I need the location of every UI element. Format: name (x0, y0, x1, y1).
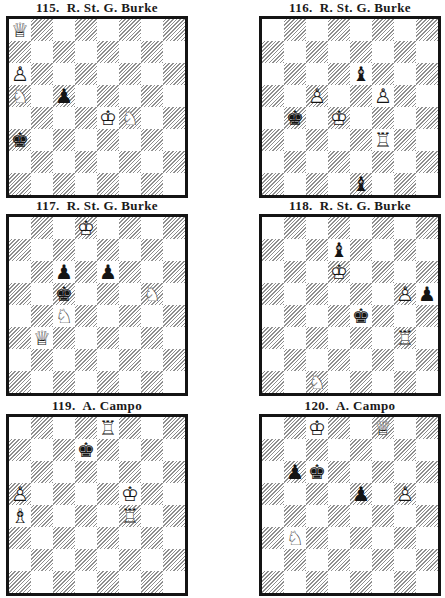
square-e4 (350, 107, 372, 129)
black-pawn-e6: ♟︎ (97, 261, 119, 283)
square-b1 (31, 173, 53, 195)
square-e3 (350, 327, 372, 349)
square-e1 (97, 371, 119, 393)
square-g8 (394, 217, 416, 239)
square-h7 (416, 41, 438, 63)
chessboard-119: ♜︎♖︎♚︎♟︎♙︎♚︎♔︎♝︎♗︎♜︎♖︎ (6, 414, 188, 596)
square-c2 (53, 549, 75, 571)
square-a3 (262, 327, 284, 349)
square-e7 (350, 41, 372, 63)
square-b1 (31, 571, 53, 593)
square-g7 (394, 41, 416, 63)
square-c6: ♚︎ (306, 461, 328, 483)
square-g5 (394, 85, 416, 107)
square-f7 (372, 439, 394, 461)
square-g6 (394, 461, 416, 483)
white-rook-f4: ♜︎♖︎ (119, 505, 141, 527)
problem-number: 118. (289, 198, 313, 213)
square-e4: ♚︎♔︎ (97, 107, 119, 129)
square-g5: ♟︎♙︎ (394, 483, 416, 505)
square-h6 (163, 461, 185, 483)
square-f7 (372, 239, 394, 261)
square-c1 (53, 173, 75, 195)
square-f2 (372, 549, 394, 571)
square-c3 (306, 327, 328, 349)
square-f8 (119, 217, 141, 239)
square-d5 (75, 85, 97, 107)
black-pawn-c5: ♟︎ (53, 85, 75, 107)
square-a7 (262, 41, 284, 63)
composer-name: R. St. G. Burke (320, 198, 411, 213)
square-f3 (119, 527, 141, 549)
square-e5 (97, 283, 119, 305)
square-g4 (394, 107, 416, 129)
square-a5: ♞︎♘︎ (9, 85, 31, 107)
square-h8 (416, 217, 438, 239)
square-e3 (97, 327, 119, 349)
square-h4 (416, 107, 438, 129)
square-c7 (53, 239, 75, 261)
square-d2 (75, 151, 97, 173)
square-d2 (328, 549, 350, 571)
white-king-f5: ♚︎♔︎ (119, 483, 141, 505)
square-h7 (163, 439, 185, 461)
square-f8: ♛︎♕︎ (372, 417, 394, 439)
square-a5 (9, 283, 31, 305)
square-d4 (328, 505, 350, 527)
square-f6 (372, 461, 394, 483)
square-c3 (53, 129, 75, 151)
black-pawn-h5: ♟︎ (416, 283, 438, 305)
black-pawn-e5: ♟︎ (350, 483, 372, 505)
square-f2 (372, 349, 394, 371)
square-e2 (97, 549, 119, 571)
scanned-problem-page: { "game": "chess", "page_type": "printed… (0, 0, 445, 598)
square-h8 (416, 19, 438, 41)
square-h7 (163, 239, 185, 261)
square-c2 (53, 349, 75, 371)
square-h5 (163, 483, 185, 505)
white-knight-b3: ♞︎♘︎ (284, 527, 306, 549)
square-e2 (350, 151, 372, 173)
square-g6 (141, 461, 163, 483)
white-knight-g5: ♞︎♘︎ (141, 283, 163, 305)
square-d8 (328, 19, 350, 41)
square-b4 (284, 305, 306, 327)
square-a8 (262, 217, 284, 239)
square-f1 (372, 571, 394, 593)
chessboard-116: ♝︎♟︎♙︎♟︎♙︎♚︎♚︎♔︎♜︎♖︎♝︎ (259, 16, 441, 198)
square-b5 (284, 283, 306, 305)
square-b5 (31, 483, 53, 505)
square-g3: ♜︎♖︎ (394, 327, 416, 349)
square-h3 (163, 527, 185, 549)
square-h2 (416, 349, 438, 371)
square-a3: ♚︎ (9, 129, 31, 151)
square-f5 (119, 85, 141, 107)
square-c3 (53, 527, 75, 549)
square-g1 (141, 173, 163, 195)
diagram-119: 119.A. Campo ♜︎♖︎♚︎♟︎♙︎♚︎♔︎♝︎♗︎♜︎♖︎ (6, 398, 188, 596)
square-g8 (141, 217, 163, 239)
square-b8 (31, 217, 53, 239)
square-g1 (141, 371, 163, 393)
composer-name: R. St. G. Burke (320, 0, 411, 15)
diagram-116: 116.R. St. G. Burke ♝︎♟︎♙︎♟︎♙︎♚︎♚︎♔︎♜︎♖︎… (259, 0, 441, 198)
white-knight-c1: ♞︎♘︎ (306, 371, 328, 393)
square-b4 (31, 305, 53, 327)
square-a7 (262, 239, 284, 261)
square-a2 (262, 349, 284, 371)
white-queen-b3: ♛︎♕︎ (31, 327, 53, 349)
square-d6 (75, 63, 97, 85)
square-f1 (372, 371, 394, 393)
white-knight-c4: ♞︎♘︎ (53, 305, 75, 327)
square-h3 (416, 327, 438, 349)
white-knight-f4: ♞︎♘︎ (119, 107, 141, 129)
square-b8 (31, 417, 53, 439)
square-c1: ♞︎♘︎ (306, 371, 328, 393)
square-a2 (9, 349, 31, 371)
square-d1 (328, 173, 350, 195)
square-d2 (75, 549, 97, 571)
square-h5: ♟︎ (416, 283, 438, 305)
square-a1 (9, 571, 31, 593)
square-e2 (350, 549, 372, 571)
square-e5: ♟︎ (350, 483, 372, 505)
square-f6 (119, 261, 141, 283)
square-h5 (163, 85, 185, 107)
square-d2 (328, 349, 350, 371)
square-g7 (141, 439, 163, 461)
square-e7 (97, 41, 119, 63)
square-d6 (75, 461, 97, 483)
square-d7 (328, 439, 350, 461)
black-king-e4: ♚︎ (350, 305, 372, 327)
square-d3 (75, 527, 97, 549)
diagram-118: 118.R. St. G. Burke ♝︎♚︎♔︎♟︎♙︎♟︎♚︎♜︎♖︎♞︎… (259, 198, 441, 396)
square-d7: ♚︎ (75, 439, 97, 461)
square-c8 (306, 217, 328, 239)
square-d1 (328, 571, 350, 593)
square-e2 (97, 151, 119, 173)
square-h2 (163, 349, 185, 371)
square-d5 (75, 283, 97, 305)
square-e5 (97, 85, 119, 107)
square-f3 (119, 129, 141, 151)
square-b5 (284, 85, 306, 107)
square-g2 (394, 549, 416, 571)
square-f8 (119, 19, 141, 41)
square-b4 (31, 107, 53, 129)
square-h4 (163, 505, 185, 527)
problem-number: 115. (36, 0, 60, 15)
square-d7 (75, 41, 97, 63)
square-a6 (262, 461, 284, 483)
square-c1 (306, 173, 328, 195)
square-f5 (119, 283, 141, 305)
square-a2 (9, 151, 31, 173)
square-e8: ♜︎♖︎ (97, 417, 119, 439)
diagram-115-title: 115.R. St. G. Burke (6, 0, 188, 15)
square-d3 (328, 129, 350, 151)
diagram-119-title: 119.A. Campo (6, 398, 188, 413)
square-c1 (53, 571, 75, 593)
composer-name: R. St. G. Burke (67, 198, 158, 213)
black-bishop-d7: ♝︎ (328, 239, 350, 261)
white-king-e4: ♚︎♔︎ (97, 107, 119, 129)
square-f1 (119, 571, 141, 593)
square-f2 (119, 349, 141, 371)
square-e1 (97, 173, 119, 195)
square-e8 (97, 217, 119, 239)
square-b2 (31, 349, 53, 371)
square-f7 (372, 41, 394, 63)
square-e8 (350, 417, 372, 439)
white-pawn-g5: ♟︎♙︎ (394, 283, 416, 305)
square-g1 (141, 571, 163, 593)
square-h1 (416, 173, 438, 195)
square-e5 (350, 85, 372, 107)
square-b3 (284, 327, 306, 349)
square-b2 (31, 549, 53, 571)
black-king-a3: ♚︎ (9, 129, 31, 151)
square-f1 (119, 173, 141, 195)
square-b7 (284, 41, 306, 63)
square-e8 (350, 217, 372, 239)
square-a4 (9, 107, 31, 129)
square-c7 (306, 239, 328, 261)
square-f4 (372, 305, 394, 327)
square-a5 (262, 283, 284, 305)
square-d5 (328, 483, 350, 505)
square-h4 (163, 107, 185, 129)
square-e7 (350, 439, 372, 461)
problem-number: 120. (305, 398, 329, 413)
square-a7 (9, 239, 31, 261)
square-g7 (394, 439, 416, 461)
square-c8: ♚︎♔︎ (306, 417, 328, 439)
square-b3: ♞︎♘︎ (284, 527, 306, 549)
square-f7 (119, 439, 141, 461)
square-g5 (141, 483, 163, 505)
square-c7 (306, 439, 328, 461)
square-a2 (262, 549, 284, 571)
square-e4: ♚︎ (350, 305, 372, 327)
square-b7 (284, 239, 306, 261)
square-g8 (141, 417, 163, 439)
square-g1 (394, 371, 416, 393)
diagram-116-title: 116.R. St. G. Burke (259, 0, 441, 15)
square-h2 (416, 549, 438, 571)
square-d8 (328, 217, 350, 239)
square-d2 (75, 349, 97, 371)
white-bishop-a4: ♝︎♗︎ (9, 505, 31, 527)
square-f5 (372, 483, 394, 505)
square-h7 (163, 41, 185, 63)
square-d2 (328, 151, 350, 173)
square-f2 (372, 151, 394, 173)
white-queen-a8: ♛︎♕︎ (9, 19, 31, 41)
square-h7 (416, 439, 438, 461)
square-d4 (75, 107, 97, 129)
square-g2 (394, 151, 416, 173)
square-c2 (306, 349, 328, 371)
square-d3 (328, 327, 350, 349)
square-d6 (328, 63, 350, 85)
square-h2 (163, 549, 185, 571)
square-g6 (394, 261, 416, 283)
white-pawn-c5: ♟︎♙︎ (306, 85, 328, 107)
square-c2 (53, 151, 75, 173)
square-a7 (9, 439, 31, 461)
black-king-c6: ♚︎ (306, 461, 328, 483)
square-d1 (75, 173, 97, 195)
square-b6 (284, 261, 306, 283)
square-a1 (262, 371, 284, 393)
square-d8 (328, 417, 350, 439)
white-pawn-a5: ♟︎♙︎ (9, 483, 31, 505)
white-rook-e8: ♜︎♖︎ (97, 417, 119, 439)
square-b1 (284, 371, 306, 393)
square-a8 (262, 19, 284, 41)
square-h4 (163, 305, 185, 327)
square-b6 (31, 63, 53, 85)
square-g2 (141, 349, 163, 371)
square-c1 (306, 571, 328, 593)
square-f8 (372, 19, 394, 41)
square-d4 (75, 305, 97, 327)
square-a3 (262, 129, 284, 151)
square-e4 (97, 505, 119, 527)
square-h5 (416, 85, 438, 107)
square-a3 (9, 527, 31, 549)
square-a4 (262, 305, 284, 327)
square-b1 (31, 371, 53, 393)
square-c2 (306, 151, 328, 173)
square-g4 (394, 505, 416, 527)
square-b4 (31, 505, 53, 527)
white-king-d6: ♚︎♔︎ (328, 261, 350, 283)
black-pawn-b6: ♟︎ (284, 461, 306, 483)
square-e3 (350, 129, 372, 151)
square-g8 (394, 417, 416, 439)
square-d7 (328, 41, 350, 63)
square-h2 (163, 151, 185, 173)
white-king-c8: ♚︎♔︎ (306, 417, 328, 439)
black-king-c5: ♚︎ (53, 283, 75, 305)
square-e6 (350, 261, 372, 283)
square-c5 (306, 483, 328, 505)
chessboard-120: ♚︎♔︎♛︎♕︎♟︎♚︎♟︎♟︎♙︎♞︎♘︎ (259, 414, 441, 596)
square-h6 (163, 63, 185, 85)
square-d5 (328, 283, 350, 305)
square-g4 (141, 107, 163, 129)
black-bishop-e6: ♝︎ (350, 63, 372, 85)
square-f3 (372, 327, 394, 349)
square-d1 (75, 371, 97, 393)
composer-name: A. Campo (83, 398, 143, 413)
square-f6 (119, 461, 141, 483)
square-e7 (350, 239, 372, 261)
square-b2 (284, 349, 306, 371)
square-g3 (141, 527, 163, 549)
square-c7 (306, 41, 328, 63)
square-h8 (416, 417, 438, 439)
square-f5 (372, 283, 394, 305)
square-e4 (97, 305, 119, 327)
composer-name: A. Campo (336, 398, 396, 413)
square-f4: ♞︎♘︎ (119, 107, 141, 129)
square-h1 (163, 173, 185, 195)
square-a7 (262, 439, 284, 461)
square-f4: ♜︎♖︎ (119, 505, 141, 527)
square-d1 (75, 571, 97, 593)
white-king-d8: ♚︎♔︎ (75, 217, 97, 239)
square-e8 (350, 19, 372, 41)
square-h8 (163, 417, 185, 439)
square-h7 (416, 239, 438, 261)
square-h6 (416, 261, 438, 283)
square-h3 (163, 327, 185, 349)
composer-name: R. St. G. Burke (67, 0, 158, 15)
square-g5 (141, 85, 163, 107)
problem-number: 119. (52, 398, 76, 413)
square-g3 (394, 129, 416, 151)
square-g7 (141, 239, 163, 261)
square-e1: ♝︎ (350, 173, 372, 195)
square-f6 (372, 261, 394, 283)
square-h1 (163, 371, 185, 393)
square-b8 (284, 417, 306, 439)
square-f4 (372, 505, 394, 527)
square-d6: ♚︎♔︎ (328, 261, 350, 283)
square-c3 (53, 327, 75, 349)
square-d3 (75, 327, 97, 349)
square-a1 (9, 173, 31, 195)
square-a1 (9, 371, 31, 393)
square-g7 (394, 239, 416, 261)
square-c4 (306, 505, 328, 527)
problem-number: 116. (289, 0, 313, 15)
square-e6 (97, 63, 119, 85)
square-f6 (119, 63, 141, 85)
square-d3 (328, 527, 350, 549)
white-knight-a5: ♞︎♘︎ (9, 85, 31, 107)
square-d8: ♚︎♔︎ (75, 217, 97, 239)
square-b5 (31, 283, 53, 305)
square-h8 (163, 217, 185, 239)
square-f5: ♚︎♔︎ (119, 483, 141, 505)
square-b3 (284, 129, 306, 151)
white-pawn-a6: ♟︎♙︎ (9, 63, 31, 85)
square-a7 (9, 41, 31, 63)
square-g5: ♞︎♘︎ (141, 283, 163, 305)
square-g2 (141, 151, 163, 173)
square-b7 (31, 41, 53, 63)
black-bishop-e1: ♝︎ (350, 173, 372, 195)
square-d4: ♚︎♔︎ (328, 107, 350, 129)
square-c5: ♟︎ (53, 85, 75, 107)
square-g3 (141, 129, 163, 151)
square-a6 (262, 63, 284, 85)
square-g3 (141, 327, 163, 349)
square-c6 (53, 461, 75, 483)
square-e6: ♝︎ (350, 63, 372, 85)
square-f3 (372, 527, 394, 549)
square-e1 (97, 571, 119, 593)
square-a8 (262, 417, 284, 439)
